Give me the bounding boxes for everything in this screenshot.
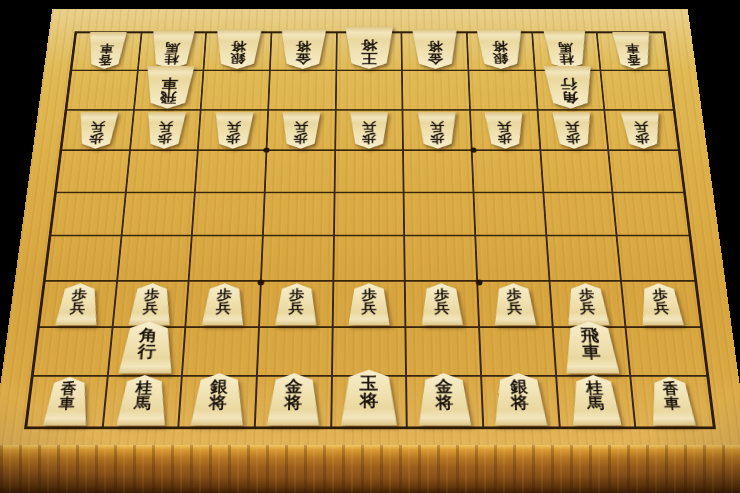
board-cell[interactable] <box>193 193 266 236</box>
piece-kanji: 兵 <box>633 121 648 133</box>
piece-face: 銀将 <box>475 30 525 70</box>
board-cell[interactable] <box>51 193 126 236</box>
piece-face: 歩兵 <box>484 112 527 149</box>
board-cell[interactable] <box>403 71 471 110</box>
piece-face: 歩兵 <box>200 283 246 325</box>
piece-kanji: 兵 <box>158 121 173 133</box>
piece-face: 歩兵 <box>274 283 319 325</box>
board-cell[interactable] <box>34 328 113 376</box>
shogi-piece-pawn[interactable]: 歩兵 <box>564 283 611 325</box>
shogi-piece-gold[interactable]: 金将 <box>265 373 322 425</box>
piece-kanji: 兵 <box>653 302 670 316</box>
piece-face: 歩兵 <box>416 112 458 149</box>
board-cell[interactable]: 香車 <box>598 33 668 71</box>
shogi-piece-bishop[interactable]: 角行 <box>542 66 596 108</box>
piece-kanji: 歩 <box>157 132 172 144</box>
shogi-piece-silver[interactable]: 銀将 <box>189 373 247 425</box>
board-cell[interactable] <box>264 193 335 236</box>
board-cell[interactable] <box>67 71 138 110</box>
piece-kanji: 将 <box>360 392 379 410</box>
board-cell[interactable]: 玉将 <box>332 376 408 426</box>
board-cell[interactable] <box>614 193 689 236</box>
shogi-piece-pawn[interactable]: 歩兵 <box>484 112 527 149</box>
piece-face: 香車 <box>611 32 655 69</box>
board-cell[interactable]: 歩兵 <box>606 111 678 152</box>
piece-face: 歩兵 <box>551 112 595 149</box>
piece-kanji: 車 <box>663 397 680 412</box>
piece-face: 飛車 <box>561 322 621 374</box>
shogi-piece-pawn[interactable]: 歩兵 <box>420 283 465 325</box>
shogi-piece-rook[interactable]: 飛車 <box>142 66 196 108</box>
piece-kanji: 車 <box>625 43 640 54</box>
shogi-piece-pawn[interactable]: 歩兵 <box>637 283 685 325</box>
piece-face: 桂馬 <box>568 375 623 426</box>
board-cell[interactable] <box>405 193 476 236</box>
piece-kanji: 行 <box>137 343 157 360</box>
shogi-piece-pawn[interactable]: 歩兵 <box>143 112 187 149</box>
piece-kanji: 歩 <box>89 132 105 144</box>
board-cell[interactable]: 歩兵 <box>187 281 262 328</box>
board-cell[interactable]: 金将 <box>271 33 338 71</box>
piece-kanji: 車 <box>161 77 179 91</box>
board-cell[interactable]: 歩兵 <box>62 111 134 152</box>
shogi-piece-pawn[interactable]: 歩兵 <box>492 283 538 325</box>
piece-kanji: 兵 <box>142 302 158 316</box>
board-cell[interactable]: 歩兵 <box>130 111 201 152</box>
piece-kanji: 馬 <box>165 41 181 53</box>
shogi-piece-pawn[interactable]: 歩兵 <box>551 112 595 149</box>
piece-face: 歩兵 <box>637 283 685 325</box>
board-cell[interactable] <box>602 71 673 110</box>
shogi-piece-lance[interactable]: 香車 <box>42 377 93 426</box>
shogi-piece-king[interactable]: 玉将 <box>339 370 399 426</box>
board-cell[interactable] <box>202 71 271 110</box>
shogi-piece-pawn[interactable]: 歩兵 <box>212 112 255 149</box>
board-cell[interactable] <box>118 236 193 281</box>
board-cell[interactable] <box>405 236 478 281</box>
piece-kanji: 将 <box>284 395 302 412</box>
piece-kanji: 馬 <box>587 396 605 412</box>
piece-kanji: 桂 <box>559 53 575 65</box>
board-cell[interactable]: 歩兵 <box>260 281 334 328</box>
piece-kanji: 行 <box>560 77 578 91</box>
board-cell[interactable]: 香車 <box>632 376 713 426</box>
board-cell[interactable] <box>541 151 614 193</box>
piece-face: 王将 <box>343 27 395 69</box>
board-cell[interactable]: 銀将 <box>468 33 536 71</box>
piece-kanji: 兵 <box>215 302 231 316</box>
board-cell[interactable] <box>258 328 333 376</box>
star-point <box>476 280 483 286</box>
piece-face: 桂馬 <box>542 31 590 69</box>
shogi-piece-gold[interactable]: 金将 <box>410 30 459 70</box>
piece-face: 歩兵 <box>54 283 102 325</box>
piece-kanji: 銀 <box>493 52 509 65</box>
shogi-piece-pawn[interactable]: 歩兵 <box>75 112 120 149</box>
board-cell[interactable]: 銀将 <box>180 376 258 426</box>
piece-kanji: 兵 <box>497 121 512 133</box>
piece-kanji: 歩 <box>635 132 651 144</box>
piece-face: 金将 <box>410 30 459 70</box>
piece-kanji: 金 <box>427 52 443 65</box>
board-cell[interactable] <box>183 328 260 376</box>
board-cell[interactable]: 歩兵 <box>478 281 553 328</box>
shogi-piece-pawn[interactable]: 歩兵 <box>416 112 458 149</box>
board-cell[interactable]: 香車 <box>27 376 108 426</box>
piece-kanji: 香 <box>626 54 641 65</box>
board-cell[interactable] <box>469 71 538 110</box>
board-cell[interactable]: 桂馬 <box>103 376 183 426</box>
piece-kanji: 将 <box>296 40 312 53</box>
piece-kanji: 歩 <box>225 132 240 144</box>
shogi-piece-gold[interactable]: 金将 <box>279 30 328 70</box>
board-cell[interactable] <box>407 328 482 376</box>
board-cell[interactable]: 飛車 <box>553 328 631 376</box>
board-cell[interactable]: 金将 <box>403 33 470 71</box>
board-cell[interactable]: 金将 <box>407 376 484 426</box>
board-cell[interactable]: 王将 <box>337 33 403 71</box>
piece-kanji: 桂 <box>164 53 180 65</box>
piece-face: 歩兵 <box>280 112 322 149</box>
piece-kanji: 歩 <box>498 132 513 144</box>
board-cell[interactable] <box>476 236 550 281</box>
board-cell[interactable] <box>190 236 264 281</box>
board-cell[interactable] <box>122 193 196 236</box>
board-cell[interactable]: 香車 <box>72 33 142 71</box>
piece-kanji: 兵 <box>90 121 105 133</box>
board-cell[interactable]: 歩兵 <box>404 111 473 152</box>
piece-kanji: 兵 <box>430 121 444 133</box>
shogi-piece-lance[interactable]: 香車 <box>85 32 129 69</box>
piece-kanji: 将 <box>492 40 508 53</box>
piece-kanji: 馬 <box>558 41 574 53</box>
piece-face: 角行 <box>542 66 596 108</box>
piece-face: 香車 <box>85 32 129 69</box>
piece-kanji: 金 <box>295 52 311 65</box>
board-cell[interactable]: 歩兵 <box>538 111 609 152</box>
piece-kanji: 兵 <box>434 302 450 316</box>
shogi-piece-pawn[interactable]: 歩兵 <box>127 283 174 325</box>
shogi-piece-lance[interactable]: 香車 <box>611 32 655 69</box>
piece-kanji: 将 <box>361 39 377 52</box>
board-cell[interactable]: 歩兵 <box>267 111 336 152</box>
shogi-piece-pawn[interactable]: 歩兵 <box>347 283 391 325</box>
piece-face: 桂馬 <box>115 375 170 426</box>
shogi-piece-pawn[interactable]: 歩兵 <box>274 283 319 325</box>
piece-face: 歩兵 <box>564 283 611 325</box>
piece-kanji: 将 <box>511 395 530 412</box>
board-cell[interactable] <box>473 151 544 193</box>
piece-kanji: 将 <box>209 395 228 412</box>
board-cell[interactable] <box>404 151 474 193</box>
shogi-piece-knight[interactable]: 桂馬 <box>568 375 623 426</box>
shogi-piece-king[interactable]: 王将 <box>343 27 395 69</box>
piece-kanji: 角 <box>561 90 579 104</box>
piece-kanji: 兵 <box>362 121 376 133</box>
piece-kanji: 兵 <box>507 302 523 316</box>
board-cell[interactable] <box>334 236 406 281</box>
piece-kanji: 馬 <box>133 396 151 412</box>
star-point <box>470 148 476 153</box>
board-cell[interactable]: 角行 <box>535 71 605 110</box>
piece-face: 歩兵 <box>127 283 174 325</box>
piece-kanji: 将 <box>427 40 443 53</box>
piece-kanji: 車 <box>58 397 75 412</box>
piece-kanji: 歩 <box>362 132 376 144</box>
piece-face: 角行 <box>117 322 177 374</box>
board-cell[interactable]: 桂馬 <box>557 376 637 426</box>
shogi-board: 香車桂馬銀将金将王将金将銀将桂馬香車飛車角行歩兵歩兵歩兵歩兵歩兵歩兵歩兵歩兵歩兵… <box>0 9 740 445</box>
shogi-piece-lance[interactable]: 香車 <box>647 377 698 426</box>
piece-face: 歩兵 <box>492 283 538 325</box>
piece-kanji: 兵 <box>69 302 86 316</box>
board-cell[interactable] <box>57 151 131 193</box>
board-cell[interactable] <box>46 236 122 281</box>
piece-face: 香車 <box>647 377 698 426</box>
board-cell[interactable]: 銀将 <box>482 376 560 426</box>
board-cell[interactable] <box>547 236 622 281</box>
piece-face: 飛車 <box>142 66 196 108</box>
board-cell[interactable] <box>618 236 694 281</box>
piece-face: 歩兵 <box>212 112 255 149</box>
shogi-piece-knight[interactable]: 桂馬 <box>115 375 170 426</box>
piece-face: 金将 <box>265 373 322 425</box>
piece-kanji: 兵 <box>579 302 595 316</box>
piece-face: 歩兵 <box>143 112 187 149</box>
piece-face: 金将 <box>279 30 328 70</box>
piece-face: 歩兵 <box>347 283 391 325</box>
board-cell[interactable]: 歩兵 <box>333 281 406 328</box>
piece-kanji: 将 <box>435 395 453 412</box>
piece-face: 金将 <box>416 373 473 425</box>
shogi-piece-silver[interactable]: 銀将 <box>213 30 263 70</box>
shogi-piece-pawn[interactable]: 歩兵 <box>54 283 102 325</box>
piece-kanji: 歩 <box>294 132 309 144</box>
board-cell[interactable]: 飛車 <box>134 71 204 110</box>
piece-kanji: 歩 <box>566 132 581 144</box>
piece-kanji: 兵 <box>361 302 376 316</box>
board-cell[interactable] <box>196 151 267 193</box>
board-cell[interactable] <box>544 193 618 236</box>
piece-face: 歩兵 <box>420 283 465 325</box>
board-cell[interactable]: 歩兵 <box>406 281 480 328</box>
piece-face: 銀将 <box>491 373 549 425</box>
board-grid: 香車桂馬銀将金将王将金将銀将桂馬香車飛車角行歩兵歩兵歩兵歩兵歩兵歩兵歩兵歩兵歩兵… <box>24 31 716 429</box>
board-cell[interactable] <box>474 193 547 236</box>
board-cell[interactable]: 金将 <box>256 376 333 426</box>
shogi-piece-gold[interactable]: 金将 <box>416 373 473 425</box>
board-cell[interactable] <box>610 151 684 193</box>
board-cell[interactable]: 銀将 <box>205 33 273 71</box>
piece-face: 桂馬 <box>148 31 196 69</box>
board-cell[interactable]: 角行 <box>108 328 186 376</box>
board-cell[interactable] <box>480 328 557 376</box>
piece-kanji: 飛 <box>159 90 177 104</box>
board-cell[interactable] <box>336 71 403 110</box>
board-cell[interactable] <box>335 193 406 236</box>
shogi-piece-pawn[interactable]: 歩兵 <box>280 112 322 149</box>
board-cell[interactable] <box>627 328 706 376</box>
piece-kanji: 将 <box>230 40 246 53</box>
shogi-piece-knight[interactable]: 桂馬 <box>148 31 196 69</box>
piece-kanji: 車 <box>99 43 114 54</box>
piece-kanji: 兵 <box>565 121 580 133</box>
board-cell[interactable] <box>266 151 336 193</box>
shogi-piece-pawn[interactable]: 歩兵 <box>619 112 664 149</box>
board-cell[interactable] <box>126 151 199 193</box>
shogi-piece-silver[interactable]: 銀将 <box>491 373 549 425</box>
shogi-piece-rook[interactable]: 飛車 <box>561 322 621 374</box>
shogi-piece-knight[interactable]: 桂馬 <box>542 31 590 69</box>
board-cell[interactable]: 歩兵 <box>336 111 404 152</box>
piece-face: 玉将 <box>339 370 399 426</box>
shogi-piece-pawn[interactable]: 歩兵 <box>349 112 390 149</box>
shogi-piece-pawn[interactable]: 歩兵 <box>200 283 246 325</box>
board-cell[interactable] <box>262 236 335 281</box>
piece-kanji: 香 <box>98 54 113 65</box>
piece-face: 歩兵 <box>349 112 390 149</box>
piece-kanji: 兵 <box>288 302 304 316</box>
piece-kanji: 王 <box>361 52 377 65</box>
board-cell[interactable]: 歩兵 <box>471 111 541 152</box>
piece-face: 歩兵 <box>75 112 120 149</box>
shogi-piece-bishop[interactable]: 角行 <box>117 322 177 374</box>
piece-face: 香車 <box>42 377 93 426</box>
board-cell[interactable] <box>335 151 405 193</box>
shogi-piece-silver[interactable]: 銀将 <box>475 30 525 70</box>
board-cell[interactable] <box>269 71 337 110</box>
board-cell[interactable]: 歩兵 <box>622 281 700 328</box>
board-cell[interactable]: 歩兵 <box>199 111 269 152</box>
piece-face: 歩兵 <box>619 112 664 149</box>
piece-face: 銀将 <box>189 373 247 425</box>
board-cell[interactable]: 歩兵 <box>40 281 118 328</box>
piece-kanji: 兵 <box>226 121 241 133</box>
piece-kanji: 銀 <box>229 52 245 65</box>
piece-face: 銀将 <box>213 30 263 70</box>
piece-kanji: 兵 <box>294 121 308 133</box>
board-front-edge <box>0 445 740 493</box>
piece-kanji: 車 <box>581 343 601 360</box>
piece-kanji: 歩 <box>430 132 445 144</box>
